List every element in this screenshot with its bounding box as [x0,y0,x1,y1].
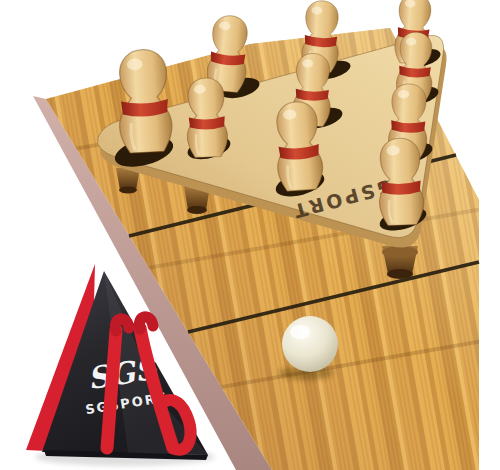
ball-highlight [290,325,310,339]
rack-foot [382,246,418,279]
scene: SGSPORT SGS SGSPORT [0,0,500,470]
product-photo: SGSPORT SGS SGSPORT [0,0,500,470]
bag-strap [107,330,116,448]
ball [282,316,338,372]
